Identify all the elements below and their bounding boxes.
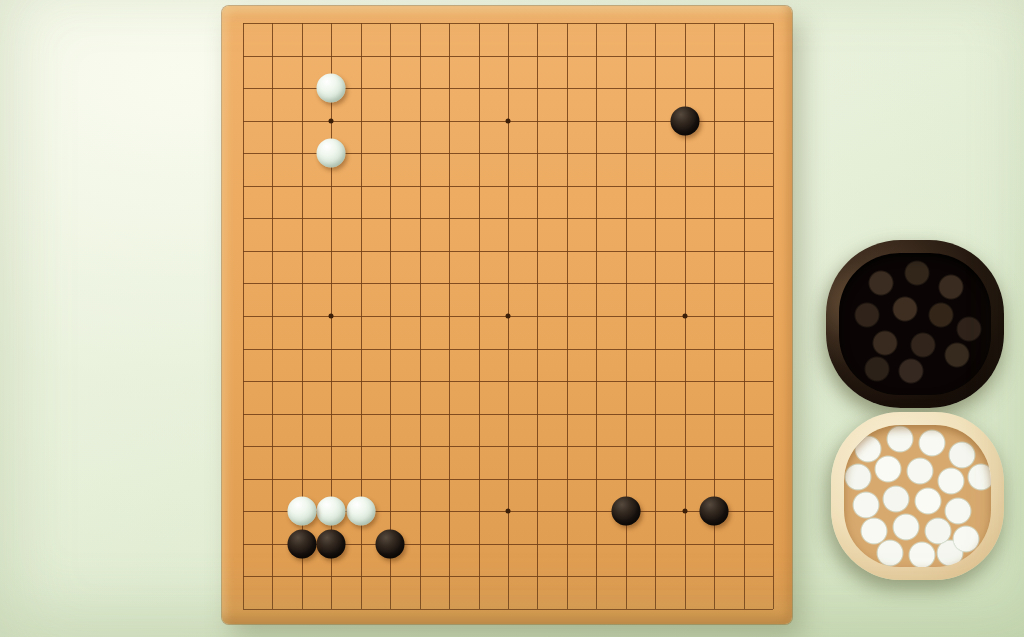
grid-line <box>243 414 773 415</box>
black-stone[interactable] <box>611 497 640 526</box>
grid-line <box>773 23 774 609</box>
black-stone[interactable] <box>376 529 405 558</box>
grid-line <box>243 576 773 577</box>
star-point <box>329 314 334 319</box>
black-stone[interactable] <box>670 106 699 135</box>
black-stone[interactable] <box>287 529 316 558</box>
grid-line <box>243 349 773 350</box>
white-stone[interactable] <box>346 497 375 526</box>
star-point <box>506 118 511 123</box>
star-point <box>682 314 687 319</box>
grid-line <box>243 479 773 480</box>
star-point <box>506 509 511 514</box>
white-stone-bowl[interactable] <box>831 412 1004 580</box>
black-stone[interactable] <box>700 497 729 526</box>
white-stones-in-bowl <box>844 425 991 567</box>
black-stone-bowl[interactable] <box>826 240 1004 408</box>
black-stones-in-bowl <box>839 253 991 395</box>
white-stone[interactable] <box>317 497 346 526</box>
grid-line <box>243 381 773 382</box>
white-stone[interactable] <box>317 139 346 168</box>
grid-line <box>537 23 538 609</box>
grid-line <box>744 23 745 609</box>
grid-line <box>655 23 656 609</box>
star-point <box>506 314 511 319</box>
go-board[interactable] <box>222 6 792 624</box>
grid-line <box>596 23 597 609</box>
table-surface <box>0 0 1024 637</box>
grid-line <box>243 446 773 447</box>
star-point <box>329 118 334 123</box>
grid-line <box>567 23 568 609</box>
white-stone[interactable] <box>317 74 346 103</box>
black-stone[interactable] <box>317 529 346 558</box>
grid-line <box>243 609 773 610</box>
star-point <box>682 509 687 514</box>
goban-grid <box>243 23 773 609</box>
white-stone[interactable] <box>287 497 316 526</box>
